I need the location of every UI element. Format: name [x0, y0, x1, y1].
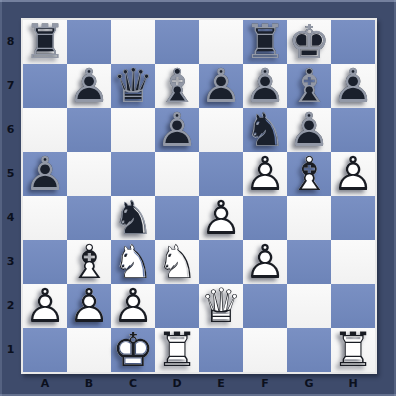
piece-outline: ♔: [111, 328, 155, 372]
file-label: D: [155, 374, 199, 394]
white-rook-h1[interactable]: ♜♖: [331, 328, 375, 372]
rank-label: 2: [0, 284, 21, 328]
square-f1[interactable]: [243, 328, 287, 372]
square-h7[interactable]: ♟♙: [331, 64, 375, 108]
board: ♜♖♜♖♚♔♟♙♛♕♝♗♟♙♟♙♝♗♟♙♟♙♞♘♟♙♟♙♟♙♝♗♟♙♞♘♟♙♝♗…: [23, 20, 375, 372]
rank-label: 5: [0, 152, 21, 196]
square-a2[interactable]: ♟♙: [23, 284, 67, 328]
square-a7[interactable]: [23, 64, 67, 108]
piece-outline: ♙: [243, 240, 287, 284]
rank-label: 7: [0, 64, 21, 108]
piece-detail: ♖: [23, 20, 67, 64]
square-d3[interactable]: ♞♘: [155, 240, 199, 284]
square-h5[interactable]: ♟♙: [331, 152, 375, 196]
piece-outline: ♙: [331, 152, 375, 196]
square-b6[interactable]: [67, 108, 111, 152]
square-d5[interactable]: [155, 152, 199, 196]
piece-detail: ♕: [111, 64, 155, 108]
file-label: H: [331, 374, 375, 394]
piece-outline: ♙: [199, 196, 243, 240]
file-label: B: [67, 374, 111, 394]
square-g1[interactable]: [287, 328, 331, 372]
square-a1[interactable]: [23, 328, 67, 372]
rank-label: 6: [0, 108, 21, 152]
black-pawn-d6[interactable]: ♟♙: [155, 108, 199, 152]
white-rook-d1[interactable]: ♜♖: [155, 328, 199, 372]
square-g2[interactable]: [287, 284, 331, 328]
square-f2[interactable]: [243, 284, 287, 328]
square-c7[interactable]: ♛♕: [111, 64, 155, 108]
square-h4[interactable]: [331, 196, 375, 240]
square-f3[interactable]: ♟♙: [243, 240, 287, 284]
piece-detail: ♙: [67, 64, 111, 108]
file-label: A: [23, 374, 67, 394]
piece-detail: ♙: [199, 64, 243, 108]
square-e2[interactable]: ♛♕: [199, 284, 243, 328]
white-king-c1[interactable]: ♚♔: [111, 328, 155, 372]
white-pawn-a2[interactable]: ♟♙: [23, 284, 67, 328]
square-d1[interactable]: ♜♖: [155, 328, 199, 372]
piece-outline: ♙: [23, 284, 67, 328]
white-knight-d3[interactable]: ♞♘: [155, 240, 199, 284]
square-f5[interactable]: ♟♙: [243, 152, 287, 196]
black-pawn-a5[interactable]: ♟♙: [23, 152, 67, 196]
square-b1[interactable]: [67, 328, 111, 372]
square-a5[interactable]: ♟♙: [23, 152, 67, 196]
black-pawn-e7[interactable]: ♟♙: [199, 64, 243, 108]
white-pawn-h5[interactable]: ♟♙: [331, 152, 375, 196]
white-pawn-e4[interactable]: ♟♙: [199, 196, 243, 240]
piece-detail: ♙: [155, 108, 199, 152]
black-pawn-h7[interactable]: ♟♙: [331, 64, 375, 108]
square-c1[interactable]: ♚♔: [111, 328, 155, 372]
piece-outline: ♙: [243, 152, 287, 196]
square-g5[interactable]: ♝♗: [287, 152, 331, 196]
file-labels: ABCDEFGH: [23, 374, 375, 394]
piece-detail: ♙: [331, 64, 375, 108]
piece-outline: ♕: [199, 284, 243, 328]
square-g4[interactable]: [287, 196, 331, 240]
square-h3[interactable]: [331, 240, 375, 284]
piece-detail: ♙: [23, 152, 67, 196]
chess-board-diagram: ♜♖♜♖♚♔♟♙♛♕♝♗♟♙♟♙♝♗♟♙♟♙♞♘♟♙♟♙♟♙♝♗♟♙♞♘♟♙♝♗…: [0, 0, 396, 396]
square-h1[interactable]: ♜♖: [331, 328, 375, 372]
square-g3[interactable]: [287, 240, 331, 284]
square-e1[interactable]: [199, 328, 243, 372]
piece-outline: ♖: [155, 328, 199, 372]
file-label: G: [287, 374, 331, 394]
square-a8[interactable]: ♜♖: [23, 20, 67, 64]
black-pawn-b7[interactable]: ♟♙: [67, 64, 111, 108]
square-e7[interactable]: ♟♙: [199, 64, 243, 108]
white-queen-e2[interactable]: ♛♕: [199, 284, 243, 328]
square-e6[interactable]: [199, 108, 243, 152]
square-c6[interactable]: [111, 108, 155, 152]
rank-label: 4: [0, 196, 21, 240]
rank-label: 3: [0, 240, 21, 284]
rank-label: 8: [0, 20, 21, 64]
file-label: F: [243, 374, 287, 394]
square-b7[interactable]: ♟♙: [67, 64, 111, 108]
white-pawn-f3[interactable]: ♟♙: [243, 240, 287, 284]
square-b2[interactable]: ♟♙: [67, 284, 111, 328]
piece-outline: ♖: [331, 328, 375, 372]
white-pawn-f5[interactable]: ♟♙: [243, 152, 287, 196]
piece-outline: ♙: [67, 284, 111, 328]
black-rook-a8[interactable]: ♜♖: [23, 20, 67, 64]
white-pawn-b2[interactable]: ♟♙: [67, 284, 111, 328]
piece-outline: ♗: [287, 152, 331, 196]
square-a4[interactable]: [23, 196, 67, 240]
file-label: C: [111, 374, 155, 394]
piece-outline: ♘: [155, 240, 199, 284]
square-b5[interactable]: [67, 152, 111, 196]
board-edge: ♜♖♜♖♚♔♟♙♛♕♝♗♟♙♟♙♝♗♟♙♟♙♞♘♟♙♟♙♟♙♝♗♟♙♞♘♟♙♝♗…: [21, 18, 377, 374]
rank-labels: 87654321: [0, 20, 21, 372]
square-d6[interactable]: ♟♙: [155, 108, 199, 152]
rank-label: 1: [0, 328, 21, 372]
white-bishop-g5[interactable]: ♝♗: [287, 152, 331, 196]
square-e4[interactable]: ♟♙: [199, 196, 243, 240]
black-queen-c7[interactable]: ♛♕: [111, 64, 155, 108]
file-label: E: [199, 374, 243, 394]
